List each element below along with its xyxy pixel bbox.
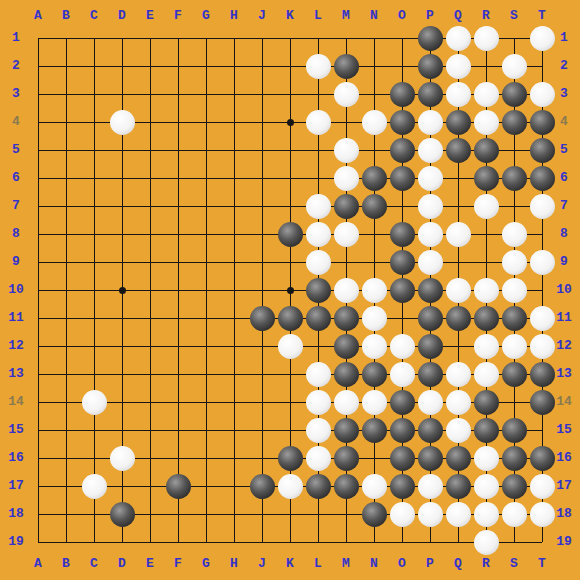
black-stone: [334, 334, 359, 359]
go-board[interactable]: AABBCCDDEEFFGGHHJJKKLLMMNNOOPPQQRRSSTT11…: [0, 0, 580, 580]
white-stone: [418, 194, 443, 219]
row-label-right: 14: [552, 394, 576, 410]
black-stone: [390, 110, 415, 135]
row-label-right: 7: [552, 198, 576, 214]
black-stone: [390, 222, 415, 247]
black-stone: [446, 110, 471, 135]
column-label-bottom: S: [502, 556, 526, 572]
white-stone: [446, 502, 471, 527]
black-stone: [362, 362, 387, 387]
black-stone: [502, 474, 527, 499]
column-label-top: G: [194, 8, 218, 24]
white-stone: [502, 502, 527, 527]
column-label-bottom: O: [390, 556, 414, 572]
black-stone: [306, 306, 331, 331]
white-stone: [474, 278, 499, 303]
black-stone: [334, 446, 359, 471]
column-label-top: D: [110, 8, 134, 24]
row-label-right: 8: [552, 226, 576, 242]
white-stone: [306, 222, 331, 247]
star-point: [287, 119, 294, 126]
row-label-left: 19: [4, 534, 28, 550]
black-stone: [446, 446, 471, 471]
black-stone: [250, 306, 275, 331]
white-stone: [418, 166, 443, 191]
column-label-top: E: [138, 8, 162, 24]
white-stone: [446, 26, 471, 51]
row-label-right: 16: [552, 450, 576, 466]
row-label-left: 11: [4, 310, 28, 326]
black-stone: [334, 194, 359, 219]
black-stone: [278, 222, 303, 247]
row-label-right: 13: [552, 366, 576, 382]
white-stone: [474, 194, 499, 219]
white-stone: [502, 54, 527, 79]
white-stone: [82, 390, 107, 415]
black-stone: [390, 446, 415, 471]
black-stone: [474, 306, 499, 331]
black-stone: [390, 474, 415, 499]
column-label-bottom: J: [250, 556, 274, 572]
white-stone: [306, 194, 331, 219]
row-label-right: 18: [552, 506, 576, 522]
white-stone: [474, 446, 499, 471]
column-label-top: P: [418, 8, 442, 24]
white-stone: [474, 474, 499, 499]
column-label-bottom: P: [418, 556, 442, 572]
black-stone: [110, 502, 135, 527]
black-stone: [390, 250, 415, 275]
row-label-right: 15: [552, 422, 576, 438]
column-label-bottom: D: [110, 556, 134, 572]
black-stone: [502, 306, 527, 331]
row-label-left: 12: [4, 338, 28, 354]
column-label-top: C: [82, 8, 106, 24]
row-label-left: 16: [4, 450, 28, 466]
black-stone: [362, 418, 387, 443]
column-label-bottom: L: [306, 556, 330, 572]
row-label-left: 13: [4, 366, 28, 382]
black-stone: [474, 390, 499, 415]
black-stone: [334, 362, 359, 387]
black-stone: [362, 502, 387, 527]
column-label-bottom: C: [82, 556, 106, 572]
white-stone: [362, 334, 387, 359]
row-label-right: 11: [552, 310, 576, 326]
white-stone: [474, 334, 499, 359]
white-stone: [334, 166, 359, 191]
white-stone: [502, 278, 527, 303]
white-stone: [306, 446, 331, 471]
column-label-bottom: F: [166, 556, 190, 572]
black-stone: [390, 138, 415, 163]
white-stone: [418, 502, 443, 527]
column-label-bottom: G: [194, 556, 218, 572]
white-stone: [362, 474, 387, 499]
white-stone: [446, 54, 471, 79]
black-stone: [418, 54, 443, 79]
white-stone: [390, 334, 415, 359]
black-stone: [418, 418, 443, 443]
black-stone: [446, 138, 471, 163]
black-stone: [418, 26, 443, 51]
white-stone: [278, 474, 303, 499]
black-stone: [502, 446, 527, 471]
row-label-left: 1: [4, 30, 28, 46]
white-stone: [502, 222, 527, 247]
row-label-left: 14: [4, 394, 28, 410]
black-stone: [334, 474, 359, 499]
black-stone: [362, 166, 387, 191]
white-stone: [334, 390, 359, 415]
black-stone: [390, 278, 415, 303]
white-stone: [474, 362, 499, 387]
column-label-bottom: Q: [446, 556, 470, 572]
column-label-top: H: [222, 8, 246, 24]
star-point: [119, 287, 126, 294]
black-stone: [418, 362, 443, 387]
white-stone: [390, 502, 415, 527]
column-label-top: F: [166, 8, 190, 24]
white-stone: [446, 418, 471, 443]
row-label-right: 12: [552, 338, 576, 354]
row-label-left: 4: [4, 114, 28, 130]
row-label-left: 8: [4, 226, 28, 242]
column-label-top: S: [502, 8, 526, 24]
black-stone: [418, 306, 443, 331]
row-label-right: 3: [552, 86, 576, 102]
white-stone: [362, 306, 387, 331]
white-stone: [110, 446, 135, 471]
white-stone: [334, 138, 359, 163]
black-stone: [362, 194, 387, 219]
black-stone: [334, 54, 359, 79]
black-stone: [418, 278, 443, 303]
row-label-left: 3: [4, 86, 28, 102]
black-stone: [418, 446, 443, 471]
column-label-top: T: [530, 8, 554, 24]
column-label-bottom: E: [138, 556, 162, 572]
row-label-left: 18: [4, 506, 28, 522]
white-stone: [418, 250, 443, 275]
row-label-left: 7: [4, 198, 28, 214]
row-label-right: 17: [552, 478, 576, 494]
black-stone: [390, 390, 415, 415]
black-stone: [306, 278, 331, 303]
white-stone: [418, 222, 443, 247]
black-stone: [418, 82, 443, 107]
black-stone: [474, 166, 499, 191]
row-label-right: 2: [552, 58, 576, 74]
white-stone: [334, 222, 359, 247]
column-label-bottom: A: [26, 556, 50, 572]
column-label-top: A: [26, 8, 50, 24]
row-label-left: 6: [4, 170, 28, 186]
white-stone: [474, 530, 499, 555]
column-label-top: N: [362, 8, 386, 24]
white-stone: [418, 390, 443, 415]
white-stone: [362, 278, 387, 303]
black-stone: [502, 418, 527, 443]
black-stone: [502, 82, 527, 107]
white-stone: [306, 362, 331, 387]
row-label-right: 5: [552, 142, 576, 158]
black-stone: [166, 474, 191, 499]
white-stone: [334, 82, 359, 107]
column-label-bottom: M: [334, 556, 358, 572]
row-label-right: 19: [552, 534, 576, 550]
column-label-bottom: K: [278, 556, 302, 572]
black-stone: [390, 166, 415, 191]
column-label-top: M: [334, 8, 358, 24]
white-stone: [362, 110, 387, 135]
column-label-bottom: B: [54, 556, 78, 572]
row-label-left: 5: [4, 142, 28, 158]
white-stone: [446, 362, 471, 387]
black-stone: [502, 362, 527, 387]
row-label-right: 10: [552, 282, 576, 298]
column-label-top: J: [250, 8, 274, 24]
white-stone: [474, 26, 499, 51]
black-stone: [446, 474, 471, 499]
black-stone: [474, 418, 499, 443]
white-stone: [502, 250, 527, 275]
black-stone: [306, 474, 331, 499]
column-label-top: K: [278, 8, 302, 24]
black-stone: [390, 82, 415, 107]
row-label-right: 9: [552, 254, 576, 270]
column-label-bottom: N: [362, 556, 386, 572]
white-stone: [502, 334, 527, 359]
star-point: [287, 287, 294, 294]
row-label-right: 6: [552, 170, 576, 186]
black-stone: [278, 306, 303, 331]
white-stone: [82, 474, 107, 499]
black-stone: [334, 306, 359, 331]
row-label-right: 1: [552, 30, 576, 46]
row-label-right: 4: [552, 114, 576, 130]
column-label-top: R: [474, 8, 498, 24]
black-stone: [278, 446, 303, 471]
white-stone: [418, 474, 443, 499]
white-stone: [306, 390, 331, 415]
column-label-bottom: T: [530, 556, 554, 572]
white-stone: [418, 138, 443, 163]
column-label-top: L: [306, 8, 330, 24]
white-stone: [390, 362, 415, 387]
white-stone: [446, 82, 471, 107]
column-label-top: B: [54, 8, 78, 24]
white-stone: [446, 390, 471, 415]
column-label-bottom: H: [222, 556, 246, 572]
column-label-top: Q: [446, 8, 470, 24]
black-stone: [446, 306, 471, 331]
black-stone: [390, 418, 415, 443]
white-stone: [306, 250, 331, 275]
row-label-left: 17: [4, 478, 28, 494]
white-stone: [474, 110, 499, 135]
black-stone: [418, 334, 443, 359]
white-stone: [474, 82, 499, 107]
white-stone: [334, 278, 359, 303]
white-stone: [110, 110, 135, 135]
black-stone: [334, 418, 359, 443]
column-label-top: O: [390, 8, 414, 24]
white-stone: [306, 110, 331, 135]
white-stone: [474, 502, 499, 527]
white-stone: [306, 54, 331, 79]
row-label-left: 9: [4, 254, 28, 270]
row-label-left: 2: [4, 58, 28, 74]
white-stone: [446, 278, 471, 303]
white-stone: [306, 418, 331, 443]
white-stone: [418, 110, 443, 135]
row-label-left: 10: [4, 282, 28, 298]
white-stone: [446, 222, 471, 247]
row-label-left: 15: [4, 422, 28, 438]
black-stone: [250, 474, 275, 499]
black-stone: [474, 138, 499, 163]
white-stone: [362, 390, 387, 415]
column-label-bottom: R: [474, 556, 498, 572]
white-stone: [278, 334, 303, 359]
black-stone: [502, 166, 527, 191]
black-stone: [502, 110, 527, 135]
